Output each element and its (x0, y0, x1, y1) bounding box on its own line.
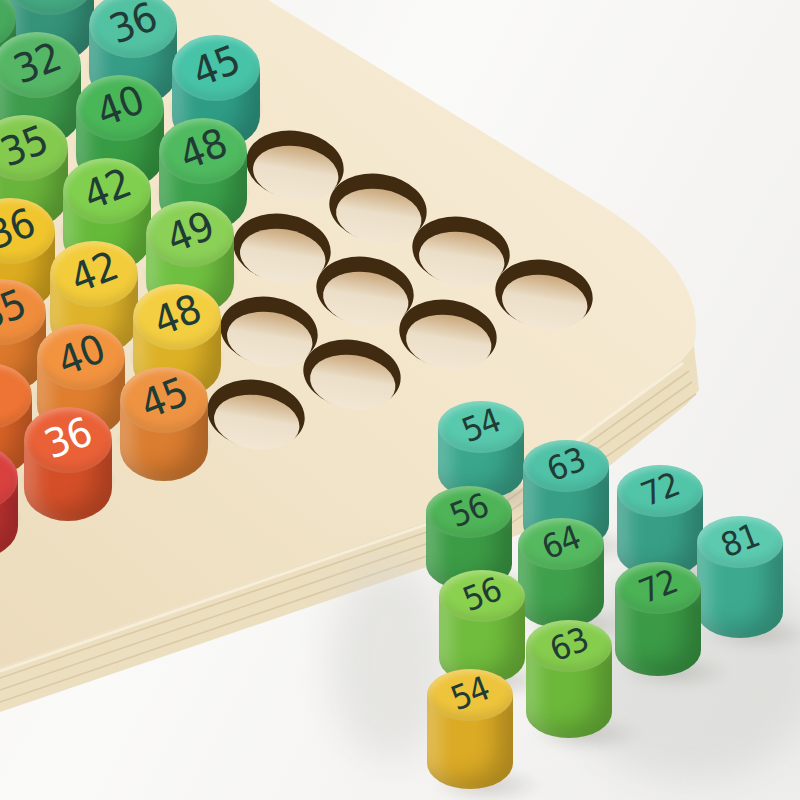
loose-peg-56-light-green: 56 (439, 570, 525, 684)
loose-peg-63-light-green: 63 (526, 620, 612, 738)
peg-top-face: 42 (63, 158, 151, 224)
peg-number: 36 (104, 0, 161, 50)
peg-number: 81 (717, 518, 764, 562)
peg-number: 48 (148, 288, 205, 342)
peg-number: 64 (538, 520, 585, 564)
peg-top-face: 63 (526, 620, 612, 672)
peg-number: 72 (637, 467, 684, 511)
peg-number: 72 (635, 564, 682, 608)
peg-45-r5c9: 45 (120, 367, 208, 481)
loose-peg-54-yellow: 54 (427, 669, 513, 789)
peg-number: 42 (78, 162, 135, 216)
peg-number: 45 (187, 39, 244, 93)
loose-peg-54-teal: 54 (438, 401, 524, 499)
loose-peg-72-green: 72 (615, 562, 701, 676)
peg-top-face: 40 (37, 324, 125, 390)
peg-top-face: 72 (617, 465, 703, 517)
peg-number: 56 (459, 572, 506, 616)
peg-number: 56 (446, 488, 493, 532)
peg-top-face: 45 (172, 35, 260, 101)
peg-top-face: 48 (159, 118, 247, 184)
peg-number: 54 (447, 671, 494, 715)
peg-number: 48 (174, 122, 231, 176)
peg-number: 36 (0, 202, 40, 256)
peg-top-face: 54 (438, 401, 524, 453)
peg-number: 63 (543, 442, 590, 486)
peg-number: 63 (546, 622, 593, 666)
peg-top-face: 49 (146, 201, 234, 267)
peg-top-face: 56 (426, 486, 512, 538)
peg-top-face: 40 (76, 75, 164, 141)
peg-number: 40 (52, 328, 109, 382)
peg-top-face: 64 (518, 518, 604, 570)
peg-number: 35 (0, 119, 53, 173)
peg-top-face: 45 (120, 367, 208, 433)
peg-top-face: 42 (50, 241, 138, 307)
peg-number: 54 (458, 403, 505, 447)
peg-number: 40 (91, 79, 148, 133)
peg-top-face: 81 (697, 516, 783, 568)
peg-27-r3c9 (0, 445, 18, 559)
loose-peg-64-green: 64 (518, 518, 604, 628)
peg-number: 42 (65, 245, 122, 299)
peg-top-face: 54 (427, 669, 513, 721)
peg-number: 49 (161, 205, 218, 259)
peg-number: 32 (8, 36, 65, 90)
peg-number: 45 (135, 371, 192, 425)
peg-top-face: 63 (523, 440, 609, 492)
peg-number: 35 (0, 283, 31, 337)
peg-top-face: 72 (615, 562, 701, 614)
scene-multiplication-board-photo: 3632454035484236494235484045365463728156… (0, 0, 800, 800)
peg-top-face: 36 (24, 407, 112, 473)
loose-peg-81-teal: 81 (697, 516, 783, 638)
peg-number: 36 (39, 411, 96, 465)
loose-peg-72-teal: 72 (617, 465, 703, 577)
peg-36-r4c9: 36 (24, 407, 112, 521)
peg-top-face: 56 (439, 570, 525, 622)
peg-top-face: 48 (133, 284, 221, 350)
